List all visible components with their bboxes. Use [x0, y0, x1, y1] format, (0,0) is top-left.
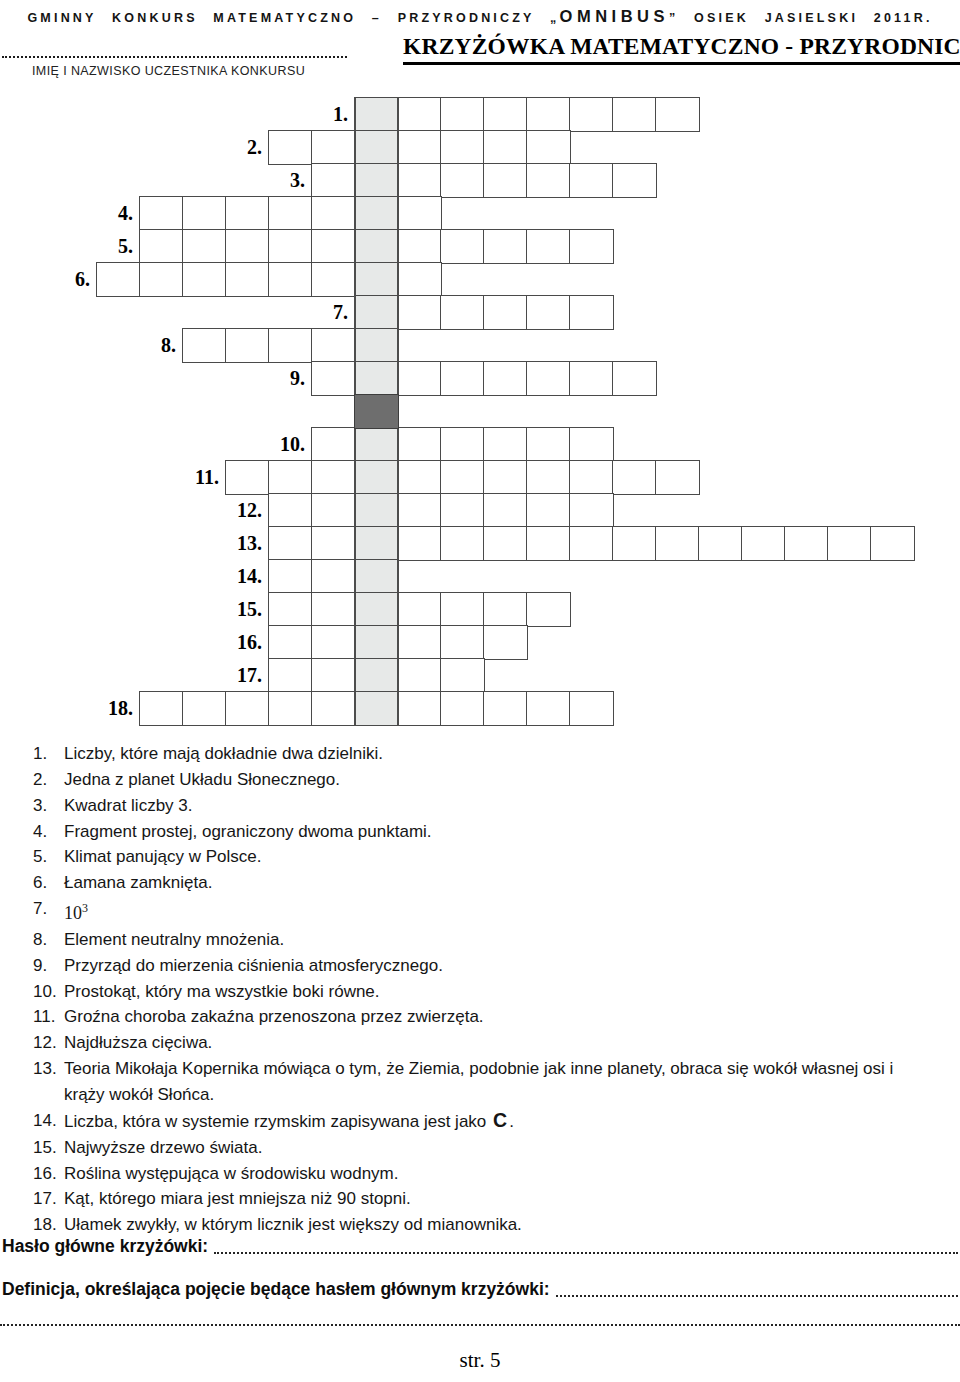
- grid-cell[interactable]: [526, 97, 571, 132]
- grid-cell[interactable]: [569, 163, 614, 198]
- grid-cell[interactable]: [311, 460, 356, 495]
- roman-numeral-symbol: C: [491, 1109, 509, 1131]
- grid-cell[interactable]: [311, 526, 356, 561]
- answer-column-cell[interactable]: [354, 295, 400, 330]
- grid-cell[interactable]: [268, 625, 313, 660]
- grid-cell[interactable]: [483, 427, 528, 462]
- clue-text: Łamana zamknięta.: [64, 870, 934, 896]
- grid-cell[interactable]: [741, 526, 786, 561]
- row-number-label: 12.: [226, 494, 269, 527]
- grid-cell[interactable]: [225, 196, 270, 231]
- clue-text: Najwyższe drzewo świata.: [64, 1135, 934, 1161]
- grid-cell[interactable]: [827, 526, 872, 561]
- grid-cell[interactable]: [268, 328, 313, 363]
- grid-cell[interactable]: [483, 691, 528, 726]
- grid-cell[interactable]: [397, 691, 442, 726]
- clue-number: 11.: [33, 1004, 64, 1030]
- answer-column-cell[interactable]: [354, 163, 400, 198]
- grid-cell[interactable]: [870, 526, 915, 561]
- answer-column-cell[interactable]: [354, 229, 400, 264]
- grid-cell[interactable]: [268, 262, 313, 297]
- grid-cell[interactable]: [612, 526, 657, 561]
- clue-text: Groźna choroba zakaźna przenoszona przez…: [64, 1004, 934, 1030]
- page-number: str. 5: [0, 1348, 960, 1373]
- row-number-label: 8.: [140, 329, 183, 362]
- grid-cell[interactable]: [182, 691, 227, 726]
- grid-cell[interactable]: [655, 97, 700, 132]
- grid-cell[interactable]: [268, 658, 313, 693]
- answer-column-cell[interactable]: [354, 625, 400, 660]
- answer-column-cell[interactable]: [354, 460, 400, 495]
- clue-text: Roślina występująca w środowisku wodnym.: [64, 1161, 934, 1187]
- clue-item: 13.Teoria Mikołaja Kopernika mówiąca o t…: [33, 1056, 934, 1108]
- grid-cell[interactable]: [440, 658, 485, 693]
- grid-cell[interactable]: [225, 328, 270, 363]
- answer-column-cell[interactable]: [354, 559, 400, 594]
- grid-cell[interactable]: [311, 592, 356, 627]
- grid-cell[interactable]: [311, 427, 356, 462]
- row-number-label: 1.: [312, 98, 355, 131]
- clue-text: Jedna z planet Układu Słonecznego.: [64, 767, 934, 793]
- clue-item: 10.Prostokąt, który ma wszystkie boki ró…: [33, 979, 934, 1005]
- definicja-answer-line[interactable]: [556, 1279, 958, 1297]
- grid-cell[interactable]: [440, 427, 485, 462]
- grid-cell[interactable]: [440, 229, 485, 264]
- grid-cell[interactable]: [483, 361, 528, 396]
- answer-column-cell[interactable]: [354, 493, 400, 528]
- haslo-answer-line[interactable]: [214, 1236, 958, 1254]
- grid-cell[interactable]: [698, 526, 743, 561]
- grid-cell[interactable]: [440, 493, 485, 528]
- clue-number: 12.: [33, 1030, 64, 1056]
- grid-cell[interactable]: [311, 625, 356, 660]
- grid-cell[interactable]: [268, 526, 313, 561]
- clue-number: 7.: [33, 896, 64, 927]
- crossword-grid: 1.2.3.4.5.6.7.8.9.10.11.12.13.14.15.16.1…: [53, 98, 914, 725]
- grid-cell[interactable]: [311, 163, 356, 198]
- grid-cell[interactable]: [268, 130, 313, 165]
- grid-cell[interactable]: [311, 262, 356, 297]
- grid-cell[interactable]: [397, 229, 442, 264]
- clue-number: 17.: [33, 1186, 64, 1212]
- grid-cell[interactable]: [397, 97, 442, 132]
- grid-cell[interactable]: [311, 691, 356, 726]
- clue-text: Liczba, która w systemie rzymskim zapisy…: [64, 1108, 934, 1135]
- grid-cell[interactable]: [569, 460, 614, 495]
- grid-cell[interactable]: [139, 262, 184, 297]
- grid-cell[interactable]: [440, 130, 485, 165]
- answer-column-cell[interactable]: [354, 130, 400, 165]
- answer-column-cell[interactable]: [354, 196, 400, 231]
- grid-cell[interactable]: [440, 460, 485, 495]
- grid-cell[interactable]: [397, 130, 442, 165]
- clue-text: Prostokąt, który ma wszystkie boki równe…: [64, 979, 934, 1005]
- clue-number: 10.: [33, 979, 64, 1005]
- grid-cell[interactable]: [440, 526, 485, 561]
- grid-cell[interactable]: [397, 526, 442, 561]
- worksheet-page: { "game": "crossword (krzyżówka matematy…: [0, 0, 960, 1382]
- answer-column-cell[interactable]: [354, 592, 400, 627]
- clue-list: 1.Liczby, które mają dokładnie dwa dziel…: [33, 741, 934, 1238]
- grid-cell[interactable]: [225, 229, 270, 264]
- grid-cell[interactable]: [397, 460, 442, 495]
- grid-cell[interactable]: [182, 229, 227, 264]
- grid-cell[interactable]: [483, 97, 528, 132]
- answer-column-cell[interactable]: [354, 691, 400, 726]
- clue-number: 4.: [33, 819, 64, 845]
- grid-cell[interactable]: [483, 229, 528, 264]
- grid-cell[interactable]: [440, 625, 485, 660]
- grid-cell[interactable]: [526, 295, 571, 330]
- clue-number: 1.: [33, 741, 64, 767]
- answer-column-cell[interactable]: [354, 526, 400, 561]
- row-number-label: 2.: [226, 131, 269, 164]
- grid-cell[interactable]: [569, 691, 614, 726]
- grid-cell[interactable]: [397, 163, 442, 198]
- grid-cell[interactable]: [182, 262, 227, 297]
- clue-text: 103: [64, 896, 934, 927]
- grid-cell[interactable]: [311, 493, 356, 528]
- grid-cell[interactable]: [655, 460, 700, 495]
- grid-cell[interactable]: [182, 196, 227, 231]
- clue-item: 1.Liczby, które mają dokładnie dwa dziel…: [33, 741, 934, 767]
- grid-cell[interactable]: [655, 526, 700, 561]
- grid-cell[interactable]: [612, 361, 657, 396]
- clue-item: 2.Jedna z planet Układu Słonecznego.: [33, 767, 934, 793]
- grid-cell[interactable]: [483, 625, 528, 660]
- clue-item: 14.Liczba, która w systemie rzymskim zap…: [33, 1108, 934, 1135]
- grid-cell[interactable]: [612, 163, 657, 198]
- clue-text: Element neutralny mnożenia.: [64, 927, 934, 953]
- header-brand: OMNIBUS: [560, 7, 669, 25]
- clue-item: 18.Ułamek zwykły, w którym licznik jest …: [33, 1212, 934, 1238]
- grid-cell[interactable]: [397, 427, 442, 462]
- grid-cell[interactable]: [225, 460, 270, 495]
- page-title: KRZYŻÓWKA MATEMATYCZNO - PRZYRODNICZA: [403, 33, 960, 65]
- clue-text: Najdłuższa cięciwa.: [64, 1030, 934, 1056]
- grid-cell[interactable]: [139, 229, 184, 264]
- row-number-label: 13.: [226, 527, 269, 560]
- clue-text: Kwadrat liczby 3.: [64, 793, 934, 819]
- answer-column-cell[interactable]: [354, 658, 400, 693]
- grid-cell[interactable]: [526, 163, 571, 198]
- answer-column-cell[interactable]: [354, 262, 400, 297]
- grid-cell[interactable]: [569, 427, 614, 462]
- clue-text: Kąt, którego miara jest mniejsza niż 90 …: [64, 1186, 934, 1212]
- grid-cell[interactable]: [397, 361, 442, 396]
- grid-cell[interactable]: [311, 328, 356, 363]
- grid-cell[interactable]: [569, 361, 614, 396]
- header-suffix: ” OSIEK JASIELSKI 2011R.: [669, 11, 933, 25]
- row-number-label: 6.: [53, 263, 97, 296]
- grid-cell[interactable]: [784, 526, 829, 561]
- name-caption: IMIĘ I NAZWISKO UCZESTNIKA KONKURSU: [32, 64, 305, 78]
- name-answer-line[interactable]: [2, 42, 347, 58]
- grid-cell[interactable]: [397, 493, 442, 528]
- clue-text: Przyrząd do mierzenia ciśnienia atmosfer…: [64, 953, 934, 979]
- row-number-label: 11.: [183, 461, 226, 494]
- clue-item: 5.Klimat panujący w Polsce.: [33, 844, 934, 870]
- grid-cell[interactable]: [569, 493, 614, 528]
- grid-cell[interactable]: [526, 526, 571, 561]
- grid-cell[interactable]: [268, 493, 313, 528]
- grid-cell[interactable]: [526, 229, 571, 264]
- grid-cell[interactable]: [397, 262, 442, 297]
- grid-cell[interactable]: [268, 691, 313, 726]
- answer-column-cell[interactable]: [354, 361, 400, 396]
- grid-cell[interactable]: [311, 658, 356, 693]
- grid-cell[interactable]: [483, 592, 528, 627]
- competition-header: GMINNY KONKURS MATEMATYCZNO – PRZYRODNIC…: [0, 7, 960, 26]
- grid-cell[interactable]: [268, 592, 313, 627]
- separator-cell: [354, 394, 399, 429]
- grid-cell[interactable]: [569, 526, 614, 561]
- grid-cell[interactable]: [397, 658, 442, 693]
- row-number-label: 17.: [226, 659, 269, 692]
- grid-cell[interactable]: [311, 361, 356, 396]
- grid-cell[interactable]: [440, 691, 485, 726]
- row-number-label: 10.: [269, 428, 312, 461]
- row-number-label: 3.: [269, 164, 312, 197]
- clue-number: 15.: [33, 1135, 64, 1161]
- header-prefix: GMINNY KONKURS MATEMATYCZNO – PRZYRODNIC…: [27, 11, 559, 25]
- grid-cell[interactable]: [311, 130, 356, 165]
- grid-cell[interactable]: [440, 163, 485, 198]
- row-number-label: 18.: [97, 692, 140, 725]
- definicja-answer-line-2[interactable]: [0, 1306, 960, 1326]
- clue-number: 8.: [33, 927, 64, 953]
- grid-cell[interactable]: [268, 196, 313, 231]
- grid-cell[interactable]: [483, 295, 528, 330]
- clue-number: 3.: [33, 793, 64, 819]
- grid-cell[interactable]: [483, 493, 528, 528]
- grid-cell[interactable]: [225, 691, 270, 726]
- clue-number: 2.: [33, 767, 64, 793]
- row-number-label: 4.: [97, 197, 140, 230]
- clue-number: 9.: [33, 953, 64, 979]
- grid-cell[interactable]: [139, 196, 184, 231]
- row-number-label: 15.: [226, 593, 269, 626]
- row-number-label: 16.: [226, 626, 269, 659]
- clue-text: Liczby, które mają dokładnie dwa dzielni…: [64, 741, 934, 767]
- grid-cell[interactable]: [569, 97, 614, 132]
- grid-cell[interactable]: [526, 130, 571, 165]
- grid-cell[interactable]: [612, 97, 657, 132]
- answer-column-cell[interactable]: [354, 97, 400, 132]
- grid-cell[interactable]: [268, 559, 313, 594]
- grid-cell[interactable]: [483, 460, 528, 495]
- haslo-row: Hasło główne krzyżówki:: [2, 1236, 958, 1257]
- grid-cell[interactable]: [440, 361, 485, 396]
- clue-item: 15.Najwyższe drzewo świata.: [33, 1135, 934, 1161]
- clue-number: 18.: [33, 1212, 64, 1238]
- grid-cell[interactable]: [311, 559, 356, 594]
- grid-cell[interactable]: [397, 196, 442, 231]
- grid-cell[interactable]: [311, 196, 356, 231]
- clue-item: 17.Kąt, którego miara jest mniejsza niż …: [33, 1186, 934, 1212]
- grid-cell[interactable]: [311, 229, 356, 264]
- grid-cell[interactable]: [526, 460, 571, 495]
- grid-cell[interactable]: [440, 97, 485, 132]
- clue-text: Ułamek zwykły, w którym licznik jest wię…: [64, 1212, 934, 1238]
- clue-item: 9.Przyrząd do mierzenia ciśnienia atmosf…: [33, 953, 934, 979]
- row-number-label: 7.: [312, 296, 355, 329]
- grid-cell[interactable]: [569, 229, 614, 264]
- grid-cell[interactable]: [526, 361, 571, 396]
- row-number-label: 14.: [226, 560, 269, 593]
- grid-cell[interactable]: [225, 262, 270, 297]
- grid-cell[interactable]: [397, 295, 442, 330]
- grid-cell[interactable]: [96, 262, 141, 297]
- grid-cell[interactable]: [483, 130, 528, 165]
- definicja-label: Definicja, określająca pojęcie będące ha…: [2, 1279, 550, 1300]
- clue-number: 13.: [33, 1056, 64, 1108]
- grid-cell[interactable]: [526, 592, 571, 627]
- grid-cell[interactable]: [526, 691, 571, 726]
- grid-cell[interactable]: [483, 526, 528, 561]
- grid-cell[interactable]: [440, 592, 485, 627]
- clue-item: 6.Łamana zamknięta.: [33, 870, 934, 896]
- grid-cell[interactable]: [139, 691, 184, 726]
- answer-column-cell[interactable]: [354, 427, 400, 462]
- definicja-row: Definicja, określająca pojęcie będące ha…: [2, 1279, 958, 1300]
- math-expression: 103: [64, 903, 88, 923]
- row-number-label: 5.: [97, 230, 140, 263]
- grid-cell[interactable]: [268, 460, 313, 495]
- clue-item: 8.Element neutralny mnożenia.: [33, 927, 934, 953]
- clue-number: 6.: [33, 870, 64, 896]
- grid-cell[interactable]: [483, 163, 528, 198]
- grid-cell[interactable]: [526, 493, 571, 528]
- grid-cell[interactable]: [569, 295, 614, 330]
- clue-item: 12.Najdłuższa cięciwa.: [33, 1030, 934, 1056]
- grid-cell[interactable]: [268, 229, 313, 264]
- grid-cell[interactable]: [397, 592, 442, 627]
- clue-item: 11.Groźna choroba zakaźna przenoszona pr…: [33, 1004, 934, 1030]
- grid-cell[interactable]: [526, 427, 571, 462]
- haslo-label: Hasło główne krzyżówki:: [2, 1236, 208, 1257]
- clue-text: Fragment prostej, ograniczony dwoma punk…: [64, 819, 934, 845]
- grid-cell[interactable]: [440, 295, 485, 330]
- clue-number: 14.: [33, 1108, 64, 1135]
- answer-column-cell[interactable]: [354, 328, 400, 363]
- grid-cell[interactable]: [612, 460, 657, 495]
- clue-item: 4.Fragment prostej, ograniczony dwoma pu…: [33, 819, 934, 845]
- grid-cell[interactable]: [397, 625, 442, 660]
- clue-item: 7.103: [33, 896, 934, 927]
- clue-number: 5.: [33, 844, 64, 870]
- clue-item: 16.Roślina występująca w środowisku wodn…: [33, 1161, 934, 1187]
- clue-text: Klimat panujący w Polsce.: [64, 844, 934, 870]
- clue-item: 3.Kwadrat liczby 3.: [33, 793, 934, 819]
- row-number-label: 9.: [269, 362, 312, 395]
- clue-text: Teoria Mikołaja Kopernika mówiąca o tym,…: [64, 1056, 934, 1108]
- grid-cell[interactable]: [182, 328, 227, 363]
- clue-number: 16.: [33, 1161, 64, 1187]
